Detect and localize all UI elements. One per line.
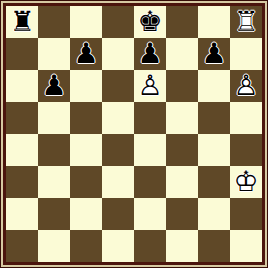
square-e8[interactable]: ♚ — [134, 6, 166, 38]
square-b1[interactable] — [38, 230, 70, 262]
square-h4[interactable] — [230, 134, 262, 166]
square-a6[interactable] — [6, 70, 38, 102]
black-pawn-glyph: ♟ — [38, 70, 70, 102]
square-c4[interactable] — [70, 134, 102, 166]
white-rook-h8[interactable]: ♜♖ — [230, 6, 262, 38]
white-pawn-e6[interactable]: ♟♙ — [134, 70, 166, 102]
board-inner-border: ♜♚♜♖♟♟♟♟♟♙♟♙♚♔ — [3, 3, 265, 265]
square-g6[interactable] — [198, 70, 230, 102]
black-pawn-glyph: ♟ — [70, 38, 102, 70]
square-g3[interactable] — [198, 166, 230, 198]
square-d7[interactable] — [102, 38, 134, 70]
square-d3[interactable] — [102, 166, 134, 198]
square-f3[interactable] — [166, 166, 198, 198]
square-b6[interactable]: ♟ — [38, 70, 70, 102]
square-f5[interactable] — [166, 102, 198, 134]
square-b2[interactable] — [38, 198, 70, 230]
chess-board: ♜♚♜♖♟♟♟♟♟♙♟♙♚♔ — [6, 6, 262, 262]
square-b7[interactable] — [38, 38, 70, 70]
square-h3[interactable]: ♚♔ — [230, 166, 262, 198]
square-e7[interactable]: ♟ — [134, 38, 166, 70]
square-e6[interactable]: ♟♙ — [134, 70, 166, 102]
square-g8[interactable] — [198, 6, 230, 38]
black-pawn-g7[interactable]: ♟ — [198, 38, 230, 70]
square-f6[interactable] — [166, 70, 198, 102]
square-h2[interactable] — [230, 198, 262, 230]
square-a1[interactable] — [6, 230, 38, 262]
square-d6[interactable] — [102, 70, 134, 102]
square-d5[interactable] — [102, 102, 134, 134]
black-rook-a8[interactable]: ♜ — [6, 6, 38, 38]
square-e2[interactable] — [134, 198, 166, 230]
square-e3[interactable] — [134, 166, 166, 198]
white-king-outline-glyph: ♔ — [230, 166, 262, 198]
black-pawn-c7[interactable]: ♟ — [70, 38, 102, 70]
square-f8[interactable] — [166, 6, 198, 38]
square-c2[interactable] — [70, 198, 102, 230]
square-f2[interactable] — [166, 198, 198, 230]
black-king-e8[interactable]: ♚ — [134, 6, 166, 38]
black-pawn-glyph: ♟ — [198, 38, 230, 70]
black-pawn-b6[interactable]: ♟ — [38, 70, 70, 102]
square-b5[interactable] — [38, 102, 70, 134]
white-pawn-outline-glyph: ♙ — [134, 70, 166, 102]
square-d8[interactable] — [102, 6, 134, 38]
white-pawn-h6[interactable]: ♟♙ — [230, 70, 262, 102]
square-e1[interactable] — [134, 230, 166, 262]
square-b3[interactable] — [38, 166, 70, 198]
square-c8[interactable] — [70, 6, 102, 38]
square-a4[interactable] — [6, 134, 38, 166]
square-g5[interactable] — [198, 102, 230, 134]
square-g2[interactable] — [198, 198, 230, 230]
square-h8[interactable]: ♜♖ — [230, 6, 262, 38]
square-h7[interactable] — [230, 38, 262, 70]
square-h6[interactable]: ♟♙ — [230, 70, 262, 102]
white-rook-outline-glyph: ♖ — [230, 6, 262, 38]
square-e5[interactable] — [134, 102, 166, 134]
square-c5[interactable] — [70, 102, 102, 134]
square-f4[interactable] — [166, 134, 198, 166]
square-g4[interactable] — [198, 134, 230, 166]
board-frame: ♜♚♜♖♟♟♟♟♟♙♟♙♚♔ — [0, 0, 268, 268]
square-d4[interactable] — [102, 134, 134, 166]
square-d2[interactable] — [102, 198, 134, 230]
square-b4[interactable] — [38, 134, 70, 166]
black-rook-glyph: ♜ — [6, 6, 38, 38]
square-f7[interactable] — [166, 38, 198, 70]
square-c1[interactable] — [70, 230, 102, 262]
square-a2[interactable] — [6, 198, 38, 230]
square-c7[interactable]: ♟ — [70, 38, 102, 70]
white-king-h3[interactable]: ♚♔ — [230, 166, 262, 198]
square-h1[interactable] — [230, 230, 262, 262]
black-pawn-e7[interactable]: ♟ — [134, 38, 166, 70]
black-king-glyph: ♚ — [134, 6, 166, 38]
black-pawn-glyph: ♟ — [134, 38, 166, 70]
square-f1[interactable] — [166, 230, 198, 262]
square-a8[interactable]: ♜ — [6, 6, 38, 38]
square-c3[interactable] — [70, 166, 102, 198]
square-g1[interactable] — [198, 230, 230, 262]
square-e4[interactable] — [134, 134, 166, 166]
square-a3[interactable] — [6, 166, 38, 198]
square-c6[interactable] — [70, 70, 102, 102]
square-b8[interactable] — [38, 6, 70, 38]
white-pawn-outline-glyph: ♙ — [230, 70, 262, 102]
square-a5[interactable] — [6, 102, 38, 134]
square-h5[interactable] — [230, 102, 262, 134]
square-d1[interactable] — [102, 230, 134, 262]
square-g7[interactable]: ♟ — [198, 38, 230, 70]
square-a7[interactable] — [6, 38, 38, 70]
